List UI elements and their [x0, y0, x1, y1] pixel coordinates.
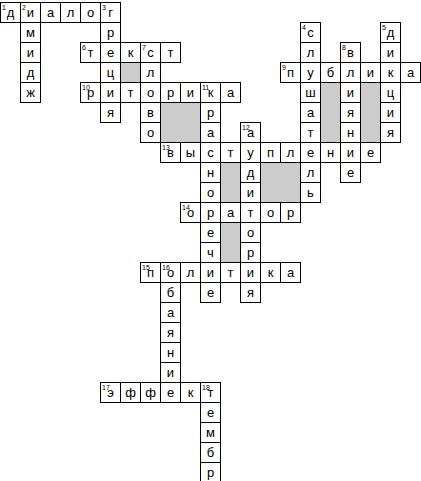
letter-cell-r12c10[interactable]: ч: [200, 242, 221, 263]
cell-letter: н: [347, 125, 354, 140]
letter-cell-r7c9[interactable]: ы: [180, 142, 201, 163]
cell-letter: к: [208, 85, 214, 100]
cell-letter: д: [387, 25, 395, 40]
letter-cell-r0c3[interactable]: л: [60, 2, 81, 23]
letter-cell-r4c4[interactable]: р: [80, 82, 101, 103]
letter-cell-r2c5[interactable]: е: [100, 42, 121, 63]
blocked-cell: [280, 162, 301, 183]
blocked-cell: [180, 102, 201, 123]
blocked-cell: [160, 102, 181, 123]
letter-cell-r19c5[interactable]: э: [100, 382, 121, 403]
letter-cell-r4c8[interactable]: р: [160, 82, 181, 103]
blocked-cell: [360, 102, 381, 123]
letter-cell-r3c18[interactable]: и: [360, 62, 381, 83]
cell-letter: я: [107, 105, 114, 120]
letter-cell-r8c10[interactable]: н: [200, 162, 221, 183]
cell-letter: и: [187, 85, 194, 100]
letter-cell-r4c7[interactable]: о: [140, 82, 161, 103]
cell-letter: о: [207, 185, 214, 200]
cell-letter: а: [47, 5, 54, 20]
letter-cell-r14c10[interactable]: е: [200, 282, 221, 303]
letter-cell-r8c12[interactable]: д: [240, 162, 261, 183]
letter-cell-r7c8[interactable]: в: [160, 142, 181, 163]
cell-letter: р: [207, 105, 214, 120]
cell-letter: г: [108, 5, 113, 20]
letter-cell-r13c14[interactable]: а: [280, 262, 301, 283]
cell-letter: в: [347, 45, 354, 60]
letter-cell-r9c10[interactable]: о: [200, 182, 221, 203]
letter-cell-r2c1[interactable]: и: [20, 42, 41, 63]
cell-letter: и: [247, 185, 254, 200]
letter-cell-r0c1[interactable]: и: [20, 2, 41, 23]
cell-letter: р: [207, 465, 214, 480]
letter-cell-r6c7[interactable]: о: [140, 122, 161, 143]
cell-letter: к: [388, 65, 394, 80]
cell-letter: и: [107, 85, 114, 100]
blocked-cell: [360, 82, 381, 103]
cell-letter: е: [347, 165, 354, 180]
letter-cell-r5c5[interactable]: я: [100, 102, 121, 123]
letter-cell-r7c15[interactable]: е: [300, 142, 321, 163]
cell-letter: е: [167, 385, 174, 400]
cell-letter: н: [167, 345, 174, 360]
letter-cell-r5c10[interactable]: р: [200, 102, 221, 123]
letter-cell-r19c7[interactable]: ф: [140, 382, 161, 403]
cell-letter: н: [327, 145, 334, 160]
cell-letter: ш: [305, 85, 315, 100]
letter-cell-r6c19[interactable]: я: [380, 122, 401, 143]
letter-cell-r14c12[interactable]: я: [240, 282, 261, 303]
cell-letter: л: [187, 265, 195, 280]
cell-letter: я: [387, 125, 394, 140]
cell-letter: с: [147, 45, 154, 60]
letter-cell-r22c10[interactable]: б: [200, 442, 221, 463]
cell-letter: д: [27, 65, 35, 80]
cell-letter: ж: [26, 85, 35, 100]
letter-cell-r4c17[interactable]: и: [340, 82, 361, 103]
letter-cell-r3c19[interactable]: к: [380, 62, 401, 83]
cell-letter: д: [7, 5, 15, 20]
letter-cell-r4c11[interactable]: а: [220, 82, 241, 103]
letter-cell-r11c12[interactable]: о: [240, 222, 261, 243]
cell-letter: и: [167, 365, 174, 380]
letter-cell-r23c10[interactable]: р: [200, 462, 221, 481]
cell-letter: к: [188, 385, 194, 400]
cell-letter: б: [207, 445, 214, 460]
blocked-cell: [220, 242, 241, 263]
blocked-cell: [280, 182, 301, 203]
cell-letter: а: [407, 65, 414, 80]
cell-letter: э: [107, 385, 114, 400]
cell-letter: а: [227, 85, 234, 100]
letter-cell-r1c5[interactable]: р: [100, 22, 121, 43]
blocked-cell: [260, 182, 281, 203]
blocked-cell: [220, 162, 241, 183]
cell-letter: о: [147, 85, 154, 100]
cell-letter: ф: [145, 385, 156, 400]
letter-cell-r10c12[interactable]: т: [240, 202, 261, 223]
letter-cell-r2c19[interactable]: и: [380, 42, 401, 63]
letter-cell-r8c17[interactable]: е: [340, 162, 361, 183]
blocked-cell: [180, 122, 201, 143]
cell-letter: и: [387, 45, 394, 60]
blocked-cell: [360, 122, 381, 143]
cell-letter: у: [307, 65, 314, 80]
letter-cell-r7c13[interactable]: п: [260, 142, 281, 163]
letter-cell-r20c10[interactable]: е: [200, 402, 221, 423]
cell-letter: и: [247, 265, 254, 280]
letter-cell-r7c12[interactable]: у: [240, 142, 261, 163]
cell-letter: я: [167, 325, 174, 340]
cell-letter: я: [347, 105, 354, 120]
cell-letter: р: [167, 85, 174, 100]
letter-cell-r12c12[interactable]: р: [240, 242, 261, 263]
cell-letter: и: [367, 65, 374, 80]
cell-letter: р: [207, 205, 214, 220]
cell-letter: и: [347, 85, 354, 100]
letter-cell-r3c7[interactable]: л: [140, 62, 161, 83]
letter-cell-r3c20[interactable]: а: [400, 62, 421, 83]
letter-cell-r17c8[interactable]: н: [160, 342, 181, 363]
letter-cell-r3c5[interactable]: ц: [100, 62, 121, 83]
letter-cell-r13c12[interactable]: и: [240, 262, 261, 283]
letter-cell-r7c10[interactable]: с: [200, 142, 221, 163]
letter-cell-r7c16[interactable]: н: [320, 142, 341, 163]
cell-letter: ь: [307, 185, 314, 200]
cell-letter: и: [27, 45, 34, 60]
cell-letter: р: [87, 85, 94, 100]
letter-cell-r13c11[interactable]: т: [220, 262, 241, 283]
cell-letter: е: [207, 285, 214, 300]
cell-letter: п: [287, 65, 294, 80]
cell-letter: у: [247, 145, 254, 160]
letter-cell-r8c15[interactable]: л: [300, 162, 321, 183]
letter-cell-r6c15[interactable]: т: [300, 122, 321, 143]
blocked-cell: [120, 62, 141, 83]
cell-letter: р: [247, 245, 254, 260]
cell-letter: л: [147, 65, 155, 80]
letter-cell-r3c1[interactable]: д: [20, 62, 41, 83]
letter-cell-r5c15[interactable]: а: [300, 102, 321, 123]
cell-letter: е: [307, 145, 314, 160]
cell-letter: е: [367, 145, 374, 160]
cell-letter: и: [347, 145, 354, 160]
letter-cell-r7c17[interactable]: и: [340, 142, 361, 163]
cell-letter: о: [147, 125, 154, 140]
letter-cell-r0c0[interactable]: д: [0, 2, 21, 23]
cell-letter: п: [267, 145, 274, 160]
cell-letter: и: [207, 265, 214, 280]
letter-cell-r16c8[interactable]: я: [160, 322, 181, 343]
letter-cell-r14c8[interactable]: б: [160, 282, 181, 303]
cell-letter: л: [287, 145, 295, 160]
cell-letter: о: [247, 225, 254, 240]
letter-cell-r2c17[interactable]: в: [340, 42, 361, 63]
letter-cell-r13c9[interactable]: л: [180, 262, 201, 283]
letter-cell-r2c4[interactable]: т: [80, 42, 101, 63]
cell-letter: я: [247, 285, 254, 300]
letter-cell-r15c8[interactable]: а: [160, 302, 181, 323]
cell-letter: п: [147, 265, 154, 280]
cell-letter: е: [207, 225, 214, 240]
letter-cell-r2c6[interactable]: к: [120, 42, 141, 63]
cell-letter: к: [268, 265, 274, 280]
letter-cell-r6c17[interactable]: н: [340, 122, 361, 143]
cell-letter: м: [206, 425, 215, 440]
letter-cell-r3c17[interactable]: л: [340, 62, 361, 83]
letter-cell-r4c6[interactable]: т: [120, 82, 141, 103]
cell-letter: б: [327, 65, 334, 80]
cell-letter: в: [167, 145, 174, 160]
crossword-board: диалогмрсдитекстлвидцлпубликажриторикаши…: [0, 0, 421, 481]
cell-letter: т: [308, 125, 314, 140]
cell-letter: л: [67, 5, 75, 20]
cell-letter: а: [247, 125, 254, 140]
letter-cell-r10c11[interactable]: а: [220, 202, 241, 223]
letter-cell-r3c15[interactable]: у: [300, 62, 321, 83]
cell-letter: ц: [387, 85, 394, 100]
letter-cell-r2c15[interactable]: л: [300, 42, 321, 63]
cell-letter: ф: [125, 385, 136, 400]
cell-letter: а: [207, 125, 214, 140]
letter-cell-r4c15[interactable]: ш: [300, 82, 321, 103]
letter-cell-r7c18[interactable]: е: [360, 142, 381, 163]
cell-letter: о: [267, 205, 274, 220]
cell-letter: а: [307, 105, 314, 120]
cell-letter: а: [287, 265, 294, 280]
letter-cell-r6c12[interactable]: а: [240, 122, 261, 143]
letter-cell-r4c9[interactable]: и: [180, 82, 201, 103]
blocked-cell: [220, 222, 241, 243]
letter-cell-r13c10[interactable]: и: [200, 262, 221, 283]
letter-cell-r0c2[interactable]: а: [40, 2, 61, 23]
cell-letter: ц: [107, 65, 114, 80]
cell-letter: и: [27, 5, 34, 20]
letter-cell-r13c8[interactable]: о: [160, 262, 181, 283]
letter-cell-r19c8[interactable]: е: [160, 382, 181, 403]
letter-cell-r2c7[interactable]: с: [140, 42, 161, 63]
letter-cell-r11c10[interactable]: е: [200, 222, 221, 243]
letter-cell-r3c16[interactable]: б: [320, 62, 341, 83]
letter-cell-r13c7[interactable]: п: [140, 262, 161, 283]
letter-cell-r4c19[interactable]: ц: [380, 82, 401, 103]
letter-cell-r4c10[interactable]: к: [200, 82, 221, 103]
cell-letter: а: [167, 305, 174, 320]
cell-letter: б: [167, 285, 174, 300]
blocked-cell: [320, 82, 341, 103]
letter-cell-r21c10[interactable]: м: [200, 422, 221, 443]
cell-letter: а: [227, 205, 234, 220]
cell-letter: с: [207, 145, 214, 160]
cell-letter: т: [128, 85, 134, 100]
letter-cell-r19c6[interactable]: ф: [120, 382, 141, 403]
letter-cell-r7c11[interactable]: т: [220, 142, 241, 163]
letter-cell-r5c19[interactable]: и: [380, 102, 401, 123]
cell-letter: д: [247, 165, 255, 180]
blocked-cell: [160, 122, 181, 143]
letter-cell-r19c9[interactable]: к: [180, 382, 201, 403]
letter-cell-r9c15[interactable]: ь: [300, 182, 321, 203]
cell-letter: т: [88, 45, 94, 60]
cell-letter: с: [307, 25, 314, 40]
blocked-cell: [320, 102, 341, 123]
cell-letter: о: [87, 5, 94, 20]
cell-letter: о: [187, 205, 194, 220]
blocked-cell: [220, 182, 241, 203]
letter-cell-r13c13[interactable]: к: [260, 262, 281, 283]
letter-cell-r5c7[interactable]: в: [140, 102, 161, 123]
letter-cell-r0c5[interactable]: г: [100, 2, 121, 23]
letter-cell-r7c14[interactable]: л: [280, 142, 301, 163]
cell-letter: о: [167, 265, 174, 280]
cell-letter: т: [228, 145, 234, 160]
letter-cell-r5c17[interactable]: я: [340, 102, 361, 123]
letter-cell-r19c10[interactable]: т: [200, 382, 221, 403]
letter-cell-r10c9[interactable]: о: [180, 202, 201, 223]
cell-letter: т: [208, 385, 214, 400]
cell-letter: т: [168, 45, 174, 60]
cell-letter: и: [387, 105, 394, 120]
letter-cell-r10c10[interactable]: р: [200, 202, 221, 223]
cell-letter: е: [107, 45, 114, 60]
blocked-cell: [320, 122, 341, 143]
letter-cell-r1c19[interactable]: д: [380, 22, 401, 43]
cell-letter: ч: [207, 245, 214, 260]
letter-cell-r1c1[interactable]: м: [20, 22, 41, 43]
cell-letter: ы: [186, 145, 195, 160]
letter-cell-r0c4[interactable]: о: [80, 2, 101, 23]
letter-cell-r1c15[interactable]: с: [300, 22, 321, 43]
letter-cell-r4c5[interactable]: и: [100, 82, 121, 103]
blocked-cell: [260, 162, 281, 183]
cell-letter: р: [107, 25, 114, 40]
letter-cell-r6c10[interactable]: а: [200, 122, 221, 143]
letter-cell-r9c12[interactable]: и: [240, 182, 261, 203]
cell-letter: л: [347, 65, 355, 80]
cell-letter: н: [207, 165, 214, 180]
cell-letter: л: [307, 45, 315, 60]
cell-letter: в: [147, 105, 154, 120]
letter-cell-r3c14[interactable]: п: [280, 62, 301, 83]
cell-letter: е: [207, 405, 214, 420]
cell-letter: л: [307, 165, 315, 180]
letter-cell-r10c13[interactable]: о: [260, 202, 281, 223]
cell-letter: к: [128, 45, 134, 60]
letter-cell-r2c8[interactable]: т: [160, 42, 181, 63]
letter-cell-r4c1[interactable]: ж: [20, 82, 41, 103]
cell-letter: р: [287, 205, 294, 220]
cell-letter: т: [248, 205, 254, 220]
cell-letter: м: [26, 25, 35, 40]
letter-cell-r18c8[interactable]: и: [160, 362, 181, 383]
cell-letter: т: [228, 265, 234, 280]
letter-cell-r10c14[interactable]: р: [280, 202, 301, 223]
